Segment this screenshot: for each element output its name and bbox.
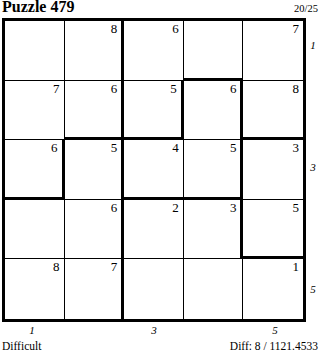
clue: 6 bbox=[172, 22, 179, 35]
cell-r1c1 bbox=[5, 21, 65, 81]
clue: 8 bbox=[292, 82, 299, 95]
clue: 3 bbox=[292, 141, 299, 154]
clue: 7 bbox=[53, 82, 60, 95]
clue: 5 bbox=[230, 141, 237, 154]
clue: 8 bbox=[111, 22, 118, 35]
clue: 1 bbox=[292, 260, 299, 273]
clue: 6 bbox=[51, 141, 58, 154]
cell-r4c3: 2 bbox=[124, 200, 184, 260]
board: 86776568654536235871 bbox=[2, 18, 306, 322]
clue: 5 bbox=[111, 141, 118, 154]
row-coordinate-label: 5 bbox=[306, 283, 320, 295]
cell-r1c5: 7 bbox=[243, 21, 303, 81]
cell-r5c5: 1 bbox=[243, 259, 303, 319]
clue: 7 bbox=[292, 22, 299, 35]
clue: 4 bbox=[172, 141, 179, 154]
clue: 6 bbox=[111, 82, 118, 95]
cell-r3c5: 3 bbox=[243, 140, 303, 200]
clue: 6 bbox=[111, 201, 118, 214]
clue: 5 bbox=[170, 82, 177, 95]
column-coordinate-label: 1 bbox=[22, 324, 42, 336]
cell-r1c3: 6 bbox=[124, 21, 184, 81]
column-coordinate-label: 5 bbox=[265, 324, 285, 336]
clue: 6 bbox=[230, 82, 237, 95]
footer: Difficult Diff: 8 / 1121.4533 bbox=[0, 340, 320, 352]
cell-r2c3: 5 bbox=[124, 81, 184, 141]
cell-r3c4: 5 bbox=[184, 140, 244, 200]
cell-r2c4: 6 bbox=[184, 81, 244, 141]
cell-r2c1: 7 bbox=[5, 81, 65, 141]
cell-r4c5: 5 bbox=[243, 200, 303, 260]
row-coordinate-label: 1 bbox=[306, 39, 320, 51]
cell-r3c1: 6 bbox=[5, 140, 65, 200]
cell-r1c4 bbox=[184, 21, 244, 81]
diff-stat: Diff: 8 / 1121.4533 bbox=[230, 340, 318, 352]
cell-r5c3 bbox=[124, 259, 184, 319]
cell-r5c4 bbox=[184, 259, 244, 319]
column-coordinate-label: 3 bbox=[144, 324, 164, 336]
page-title: Puzzle 479 bbox=[2, 0, 74, 16]
cell-r4c4: 3 bbox=[184, 200, 244, 260]
cell-r4c2: 6 bbox=[65, 200, 125, 260]
cell-r5c2: 7 bbox=[65, 259, 125, 319]
book-counter: 20/25 bbox=[294, 3, 318, 14]
clue: 2 bbox=[172, 201, 179, 214]
cell-r5c1: 8 bbox=[5, 259, 65, 319]
clue: 8 bbox=[53, 260, 60, 273]
clue: 3 bbox=[230, 201, 237, 214]
row-coordinate-label: 3 bbox=[306, 161, 320, 173]
cell-r2c5: 8 bbox=[243, 81, 303, 141]
cell-r1c2: 8 bbox=[65, 21, 125, 81]
difficulty-label: Difficult bbox=[2, 340, 41, 352]
puzzle-page: Puzzle 479 20/25 86776568654536235871 1 … bbox=[0, 0, 320, 354]
cell-r4c1 bbox=[5, 200, 65, 260]
clue: 5 bbox=[292, 201, 299, 214]
cell-r3c3: 4 bbox=[124, 140, 184, 200]
clue: 7 bbox=[111, 260, 118, 273]
cell-r2c2: 6 bbox=[65, 81, 125, 141]
cell-r3c2: 5 bbox=[65, 140, 125, 200]
